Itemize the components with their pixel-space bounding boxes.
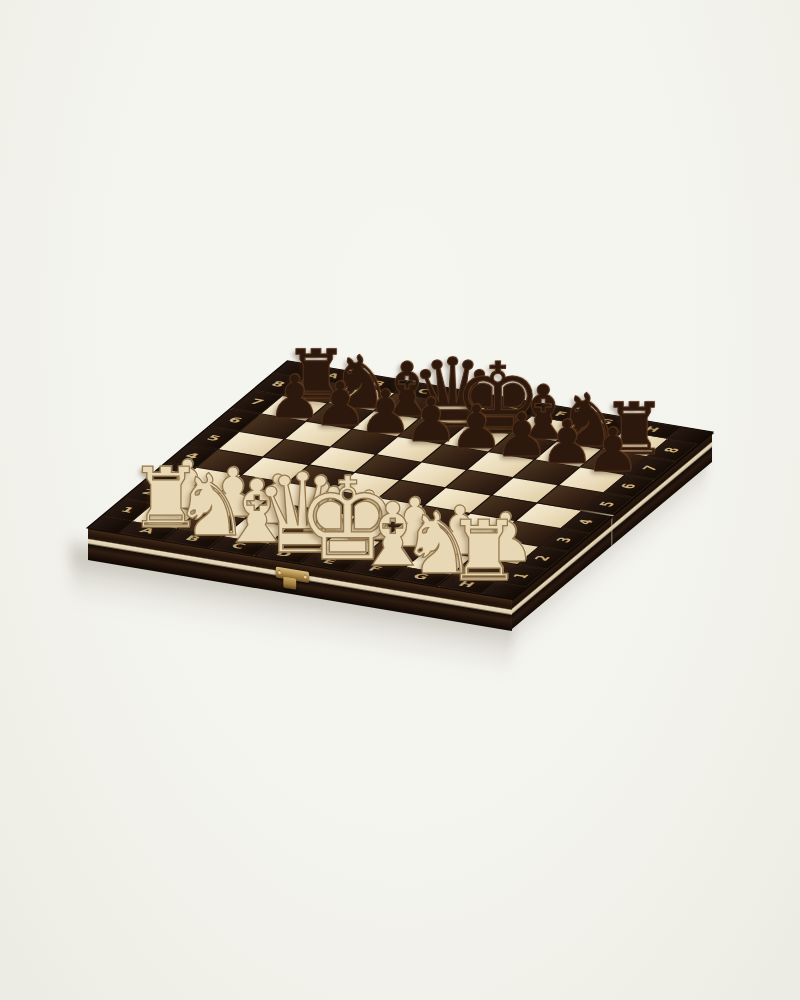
rank-label-right-5-text: 5: [596, 500, 620, 508]
product-photo-scene: ABCDEFGH ABCDEFGH 87654321 87654321 ♜♞♝♛…: [0, 0, 800, 1000]
rank-label-right-3-text: 3: [553, 536, 577, 544]
piece-white-rook-h1[interactable]: ♜: [447, 510, 522, 593]
clasp-hook: [283, 577, 296, 590]
rank-label-left-6-text: 6: [225, 416, 245, 425]
rank-label-right-4-text: 4: [574, 518, 598, 526]
rank-label-left-7-text: 7: [247, 398, 267, 407]
piece-black-pawn-h7[interactable]: ♟: [585, 420, 639, 481]
rank-label-left-5-text: 5: [204, 433, 224, 442]
fold-seam-side: [611, 515, 612, 546]
